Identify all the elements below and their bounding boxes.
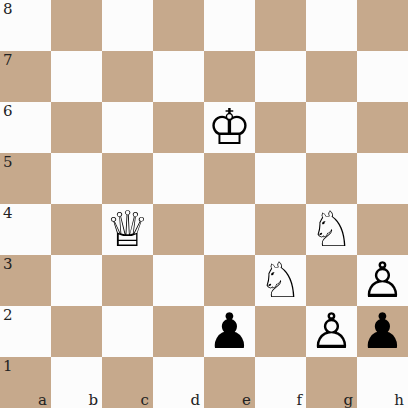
square-b8[interactable] [51,0,102,51]
square-d4[interactable] [153,204,204,255]
square-b5[interactable] [51,153,102,204]
square-d7[interactable] [153,51,204,102]
rank-label-8: 8 [3,0,13,18]
rank-label-4: 4 [3,204,13,222]
square-h4[interactable] [357,204,408,255]
rank-label-3: 3 [3,255,13,273]
white-knight[interactable]: ♘ [255,255,306,306]
square-g7[interactable] [306,51,357,102]
square-c3[interactable] [102,255,153,306]
square-e6[interactable]: ♔ [204,102,255,153]
square-c2[interactable] [102,306,153,357]
square-e8[interactable] [204,0,255,51]
rank-label-5: 5 [3,153,13,171]
file-label-c: c [141,391,149,408]
square-c7[interactable] [102,51,153,102]
file-label-h: h [394,391,404,408]
white-pawn[interactable]: ♙ [357,255,408,306]
square-b4[interactable] [51,204,102,255]
square-h7[interactable] [357,51,408,102]
square-g2[interactable]: ♙ [306,306,357,357]
square-d8[interactable] [153,0,204,51]
rank-label-6: 6 [3,102,13,120]
square-f4[interactable] [255,204,306,255]
white-knight[interactable]: ♘ [306,204,357,255]
file-label-f: f [296,391,302,408]
black-pawn[interactable]: ♟ [204,306,255,357]
square-f6[interactable] [255,102,306,153]
square-e3[interactable] [204,255,255,306]
square-f2[interactable] [255,306,306,357]
square-a6[interactable]: 6 [0,102,51,153]
square-f8[interactable] [255,0,306,51]
square-c1[interactable]: c [102,357,153,408]
square-b1[interactable]: b [51,357,102,408]
square-a4[interactable]: 4 [0,204,51,255]
square-c5[interactable] [102,153,153,204]
square-f5[interactable] [255,153,306,204]
file-label-g: g [343,391,353,408]
square-b2[interactable] [51,306,102,357]
square-f7[interactable] [255,51,306,102]
square-g8[interactable] [306,0,357,51]
square-c8[interactable] [102,0,153,51]
white-pawn[interactable]: ♙ [306,306,357,357]
rank-label-2: 2 [3,306,13,324]
file-label-b: b [88,391,98,408]
square-c4[interactable]: ♕ [102,204,153,255]
square-b7[interactable] [51,51,102,102]
square-g6[interactable] [306,102,357,153]
square-h5[interactable] [357,153,408,204]
rank-label-1: 1 [3,357,13,375]
square-d5[interactable] [153,153,204,204]
square-h1[interactable]: h [357,357,408,408]
square-e7[interactable] [204,51,255,102]
square-c6[interactable] [102,102,153,153]
square-a7[interactable]: 7 [0,51,51,102]
square-a1[interactable]: 1a [0,357,51,408]
square-h8[interactable] [357,0,408,51]
square-b6[interactable] [51,102,102,153]
square-g1[interactable]: g [306,357,357,408]
file-label-a: a [38,391,47,408]
white-queen[interactable]: ♕ [102,204,153,255]
square-a5[interactable]: 5 [0,153,51,204]
chess-board: 876♔54♕♘3♘♙2♟♙♟1abcdefgh [0,0,408,408]
square-f3[interactable]: ♘ [255,255,306,306]
black-pawn[interactable]: ♟ [357,306,408,357]
square-b3[interactable] [51,255,102,306]
square-g3[interactable] [306,255,357,306]
square-e5[interactable] [204,153,255,204]
square-g5[interactable] [306,153,357,204]
file-label-e: e [242,391,251,408]
square-e4[interactable] [204,204,255,255]
square-e1[interactable]: e [204,357,255,408]
square-a3[interactable]: 3 [0,255,51,306]
square-d6[interactable] [153,102,204,153]
square-f1[interactable]: f [255,357,306,408]
square-d2[interactable] [153,306,204,357]
square-h2[interactable]: ♟ [357,306,408,357]
square-g4[interactable]: ♘ [306,204,357,255]
square-a8[interactable]: 8 [0,0,51,51]
square-h6[interactable] [357,102,408,153]
file-label-d: d [190,391,200,408]
rank-label-7: 7 [3,51,13,69]
square-a2[interactable]: 2 [0,306,51,357]
square-d3[interactable] [153,255,204,306]
white-king[interactable]: ♔ [204,102,255,153]
square-d1[interactable]: d [153,357,204,408]
square-e2[interactable]: ♟ [204,306,255,357]
square-h3[interactable]: ♙ [357,255,408,306]
chess-diagram: 876♔54♕♘3♘♙2♟♙♟1abcdefgh [0,0,408,408]
